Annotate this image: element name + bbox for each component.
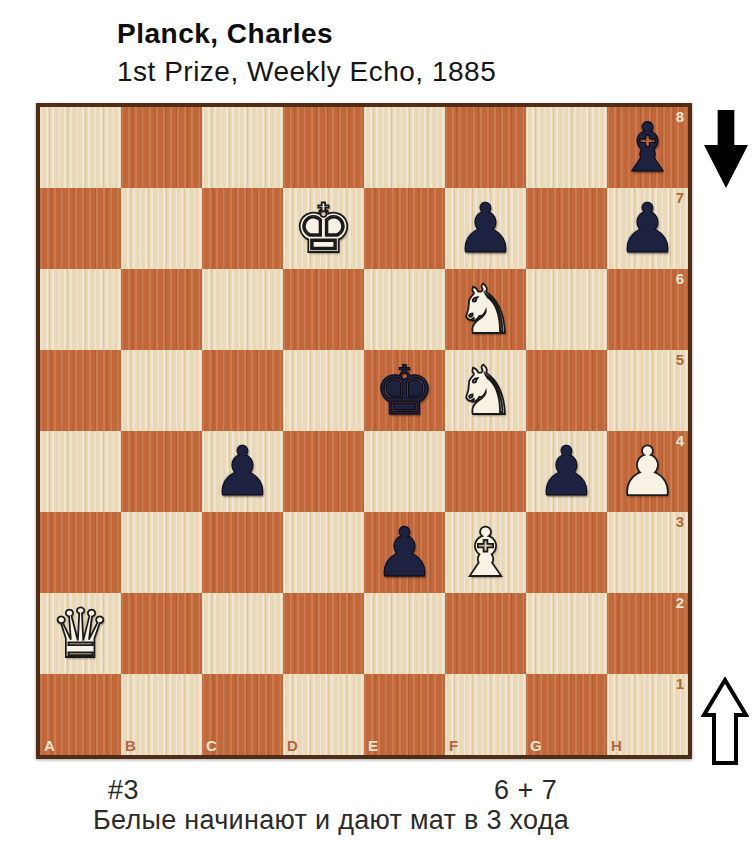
square-c2[interactable] bbox=[202, 593, 283, 674]
white-knight: ♞ bbox=[455, 350, 516, 431]
square-f3[interactable]: ♝ bbox=[445, 512, 526, 593]
square-h8[interactable]: 8♝ bbox=[607, 107, 688, 188]
square-a5[interactable] bbox=[40, 350, 121, 431]
square-c3[interactable] bbox=[202, 512, 283, 593]
caption-text: Белые начинают и дают мат в 3 хода bbox=[93, 805, 569, 836]
square-h6[interactable]: 6 bbox=[607, 269, 688, 350]
square-b8[interactable] bbox=[121, 107, 202, 188]
square-g2[interactable] bbox=[526, 593, 607, 674]
square-h5[interactable]: 5 bbox=[607, 350, 688, 431]
rank-label-5: 5 bbox=[676, 351, 684, 368]
rank-label-8: 8 bbox=[676, 108, 684, 125]
white-direction-up-arrow-icon bbox=[701, 677, 749, 767]
square-d7[interactable]: ♚ bbox=[283, 188, 364, 269]
square-e1[interactable]: E bbox=[364, 674, 445, 755]
square-g4[interactable]: ♟ bbox=[526, 431, 607, 512]
prize-source: 1st Prize, Weekly Echo, 1885 bbox=[117, 56, 496, 88]
square-f2[interactable] bbox=[445, 593, 526, 674]
rank-label-7: 7 bbox=[676, 189, 684, 206]
chess-board: 8♝♚♟7♟♞6♚♞5♟♟4♟♟♝3♛2ABCDEFG1H bbox=[36, 103, 692, 759]
square-b6[interactable] bbox=[121, 269, 202, 350]
black-pawn: ♟ bbox=[212, 431, 273, 512]
square-d8[interactable] bbox=[283, 107, 364, 188]
square-e6[interactable] bbox=[364, 269, 445, 350]
composer-name: Planck, Charles bbox=[117, 18, 496, 50]
square-h7[interactable]: 7♟ bbox=[607, 188, 688, 269]
square-f5[interactable]: ♞ bbox=[445, 350, 526, 431]
file-label-F: F bbox=[449, 737, 458, 754]
square-a1[interactable]: A bbox=[40, 674, 121, 755]
rank-label-1: 1 bbox=[676, 675, 684, 692]
square-b5[interactable] bbox=[121, 350, 202, 431]
square-a8[interactable] bbox=[40, 107, 121, 188]
square-c8[interactable] bbox=[202, 107, 283, 188]
rank-label-6: 6 bbox=[676, 270, 684, 287]
white-queen: ♛ bbox=[50, 593, 111, 674]
square-d3[interactable] bbox=[283, 512, 364, 593]
square-e7[interactable] bbox=[364, 188, 445, 269]
square-e5[interactable]: ♚ bbox=[364, 350, 445, 431]
header: Planck, Charles 1st Prize, Weekly Echo, … bbox=[117, 18, 496, 88]
material-count: 6 + 7 bbox=[494, 775, 557, 806]
square-g8[interactable] bbox=[526, 107, 607, 188]
square-e3[interactable]: ♟ bbox=[364, 512, 445, 593]
square-b3[interactable] bbox=[121, 512, 202, 593]
square-g5[interactable] bbox=[526, 350, 607, 431]
stipulation-mate-in-3: #3 bbox=[108, 775, 139, 806]
white-bishop: ♝ bbox=[455, 512, 516, 593]
square-f6[interactable]: ♞ bbox=[445, 269, 526, 350]
square-d2[interactable] bbox=[283, 593, 364, 674]
rank-label-2: 2 bbox=[676, 594, 684, 611]
square-b1[interactable]: B bbox=[121, 674, 202, 755]
black-pawn: ♟ bbox=[455, 188, 516, 269]
square-a2[interactable]: ♛ bbox=[40, 593, 121, 674]
black-bishop: ♝ bbox=[617, 107, 678, 188]
square-h1[interactable]: 1H bbox=[607, 674, 688, 755]
square-c4[interactable]: ♟ bbox=[202, 431, 283, 512]
square-e2[interactable] bbox=[364, 593, 445, 674]
square-c7[interactable] bbox=[202, 188, 283, 269]
square-b2[interactable] bbox=[121, 593, 202, 674]
square-h3[interactable]: 3 bbox=[607, 512, 688, 593]
square-d4[interactable] bbox=[283, 431, 364, 512]
black-king: ♚ bbox=[374, 350, 435, 431]
square-f7[interactable]: ♟ bbox=[445, 188, 526, 269]
black-pawn: ♟ bbox=[374, 512, 435, 593]
square-f8[interactable] bbox=[445, 107, 526, 188]
square-c5[interactable] bbox=[202, 350, 283, 431]
file-label-B: B bbox=[125, 737, 136, 754]
black-pawn: ♟ bbox=[617, 188, 678, 269]
file-label-G: G bbox=[530, 737, 542, 754]
square-b7[interactable] bbox=[121, 188, 202, 269]
square-a4[interactable] bbox=[40, 431, 121, 512]
square-g7[interactable] bbox=[526, 188, 607, 269]
white-king: ♚ bbox=[293, 188, 354, 269]
square-h2[interactable]: 2 bbox=[607, 593, 688, 674]
black-pawn: ♟ bbox=[536, 431, 597, 512]
square-d5[interactable] bbox=[283, 350, 364, 431]
rank-label-4: 4 bbox=[676, 432, 684, 449]
square-b4[interactable] bbox=[121, 431, 202, 512]
square-a6[interactable] bbox=[40, 269, 121, 350]
white-pawn: ♟ bbox=[617, 431, 678, 512]
square-a3[interactable] bbox=[40, 512, 121, 593]
square-e4[interactable] bbox=[364, 431, 445, 512]
square-a7[interactable] bbox=[40, 188, 121, 269]
square-f4[interactable] bbox=[445, 431, 526, 512]
square-e8[interactable] bbox=[364, 107, 445, 188]
square-g6[interactable] bbox=[526, 269, 607, 350]
square-d6[interactable] bbox=[283, 269, 364, 350]
black-direction-down-arrow-icon bbox=[704, 110, 748, 188]
file-label-A: A bbox=[44, 737, 55, 754]
square-h4[interactable]: 4♟ bbox=[607, 431, 688, 512]
square-g3[interactable] bbox=[526, 512, 607, 593]
file-label-E: E bbox=[368, 737, 378, 754]
file-label-C: C bbox=[206, 737, 217, 754]
square-f1[interactable]: F bbox=[445, 674, 526, 755]
white-knight: ♞ bbox=[455, 269, 516, 350]
file-label-H: H bbox=[611, 737, 622, 754]
file-label-D: D bbox=[287, 737, 298, 754]
rank-label-3: 3 bbox=[676, 513, 684, 530]
square-d1[interactable]: D bbox=[283, 674, 364, 755]
square-c1[interactable]: C bbox=[202, 674, 283, 755]
square-c6[interactable] bbox=[202, 269, 283, 350]
square-g1[interactable]: G bbox=[526, 674, 607, 755]
